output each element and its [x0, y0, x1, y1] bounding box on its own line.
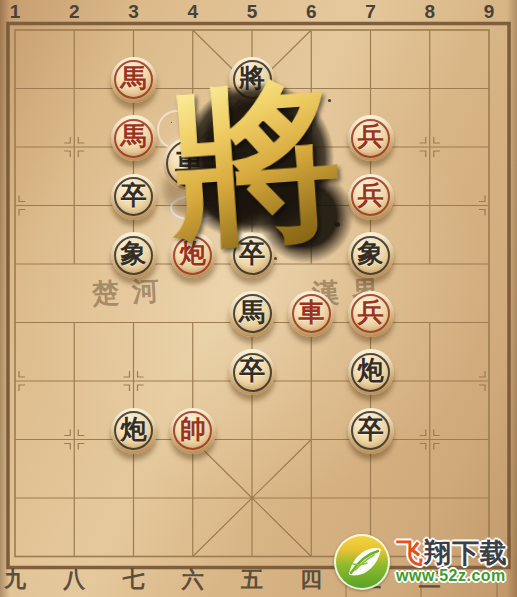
point-4-4: 卒 [222, 235, 281, 294]
piece-black-soldier[interactable]: 卒 [229, 232, 275, 278]
point-2-3: 卒 [104, 176, 163, 235]
piece-black-soldier[interactable]: 卒 [229, 349, 275, 395]
piece-red-cannon[interactable]: 炮 [170, 232, 216, 278]
piece-glyph: 馬 [121, 124, 147, 152]
piece-black-elephant[interactable]: 象 [111, 232, 157, 278]
piece-black-cannon[interactable]: 炮 [348, 349, 394, 395]
point-6-7: 卒 [341, 410, 400, 469]
piece-black-elephant[interactable]: 象 [348, 232, 394, 278]
point-4-1: 將 [222, 59, 281, 118]
xiangqi-app: 楚河 漢界 123456789 九八七六五四三二一 馬將馬兵卒車兵象炮卒象馬車兵… [0, 0, 517, 597]
watermark-url: www.52z.com [396, 567, 508, 585]
piece-black-cannon[interactable]: 炮 [111, 408, 157, 454]
point-6-2: 兵 [341, 118, 400, 177]
piece-glyph: 炮 [121, 417, 147, 445]
piece-glyph: 馬 [121, 66, 147, 94]
piece-glyph: 炮 [180, 241, 206, 269]
piece-black-chariot-lifted[interactable]: 車 [163, 137, 217, 191]
piece-glyph: 帥 [180, 417, 206, 445]
piece-red-general[interactable]: 帥 [170, 408, 216, 454]
piece-black-horse[interactable]: 馬 [229, 291, 275, 337]
piece-red-chariot[interactable]: 車 [288, 291, 334, 337]
pieces-layer: 馬將馬兵卒車兵象炮卒象馬車兵卒炮炮帥卒 [0, 1, 517, 586]
piece-glyph: 卒 [121, 183, 147, 211]
piece-black-soldier[interactable]: 卒 [111, 174, 157, 220]
piece-glyph: 車 [298, 300, 324, 328]
point-2-4: 象 [104, 235, 163, 294]
piece-glyph: 兵 [358, 124, 384, 152]
piece-glyph: 將 [239, 66, 265, 94]
piece-black-soldier[interactable]: 卒 [348, 408, 394, 454]
piece-glyph: 卒 [239, 358, 265, 386]
point-4-5: 馬 [222, 293, 281, 352]
watermark-text: 飞翔下载 www.52z.com [396, 540, 508, 585]
piece-glyph: 兵 [358, 300, 384, 328]
piece-glyph: 炮 [358, 358, 384, 386]
point-4-6: 卒 [222, 352, 281, 411]
piece-red-soldier[interactable]: 兵 [348, 291, 394, 337]
watermark-logo: 飞翔下载 www.52z.com [334, 534, 508, 590]
point-5-5: 車 [282, 293, 341, 352]
point-6-3: 兵 [341, 176, 400, 235]
piece-glyph: 卒 [358, 417, 384, 445]
point-6-4: 象 [341, 235, 400, 294]
point-3-3: 車 [163, 176, 222, 235]
leaf-badge-icon [334, 534, 390, 590]
piece-glyph: 象 [121, 241, 147, 269]
piece-glyph: 車 [175, 148, 205, 180]
point-3-4: 炮 [163, 235, 222, 294]
point-2-1: 馬 [104, 59, 163, 118]
piece-red-soldier[interactable]: 兵 [348, 174, 394, 220]
piece-red-horse[interactable]: 馬 [111, 115, 157, 161]
point-6-6: 炮 [341, 352, 400, 411]
point-3-7: 帥 [163, 410, 222, 469]
piece-glyph: 馬 [239, 300, 265, 328]
point-2-2: 馬 [104, 118, 163, 177]
piece-glyph: 卒 [239, 241, 265, 269]
piece-red-horse[interactable]: 馬 [111, 57, 157, 103]
point-6-5: 兵 [341, 293, 400, 352]
piece-glyph: 兵 [358, 183, 384, 211]
piece-glyph: 象 [358, 241, 384, 269]
point-2-7: 炮 [104, 410, 163, 469]
piece-black-general[interactable]: 將 [229, 57, 275, 103]
watermark-title: 飞翔下载 [396, 540, 508, 567]
piece-red-soldier[interactable]: 兵 [348, 115, 394, 161]
